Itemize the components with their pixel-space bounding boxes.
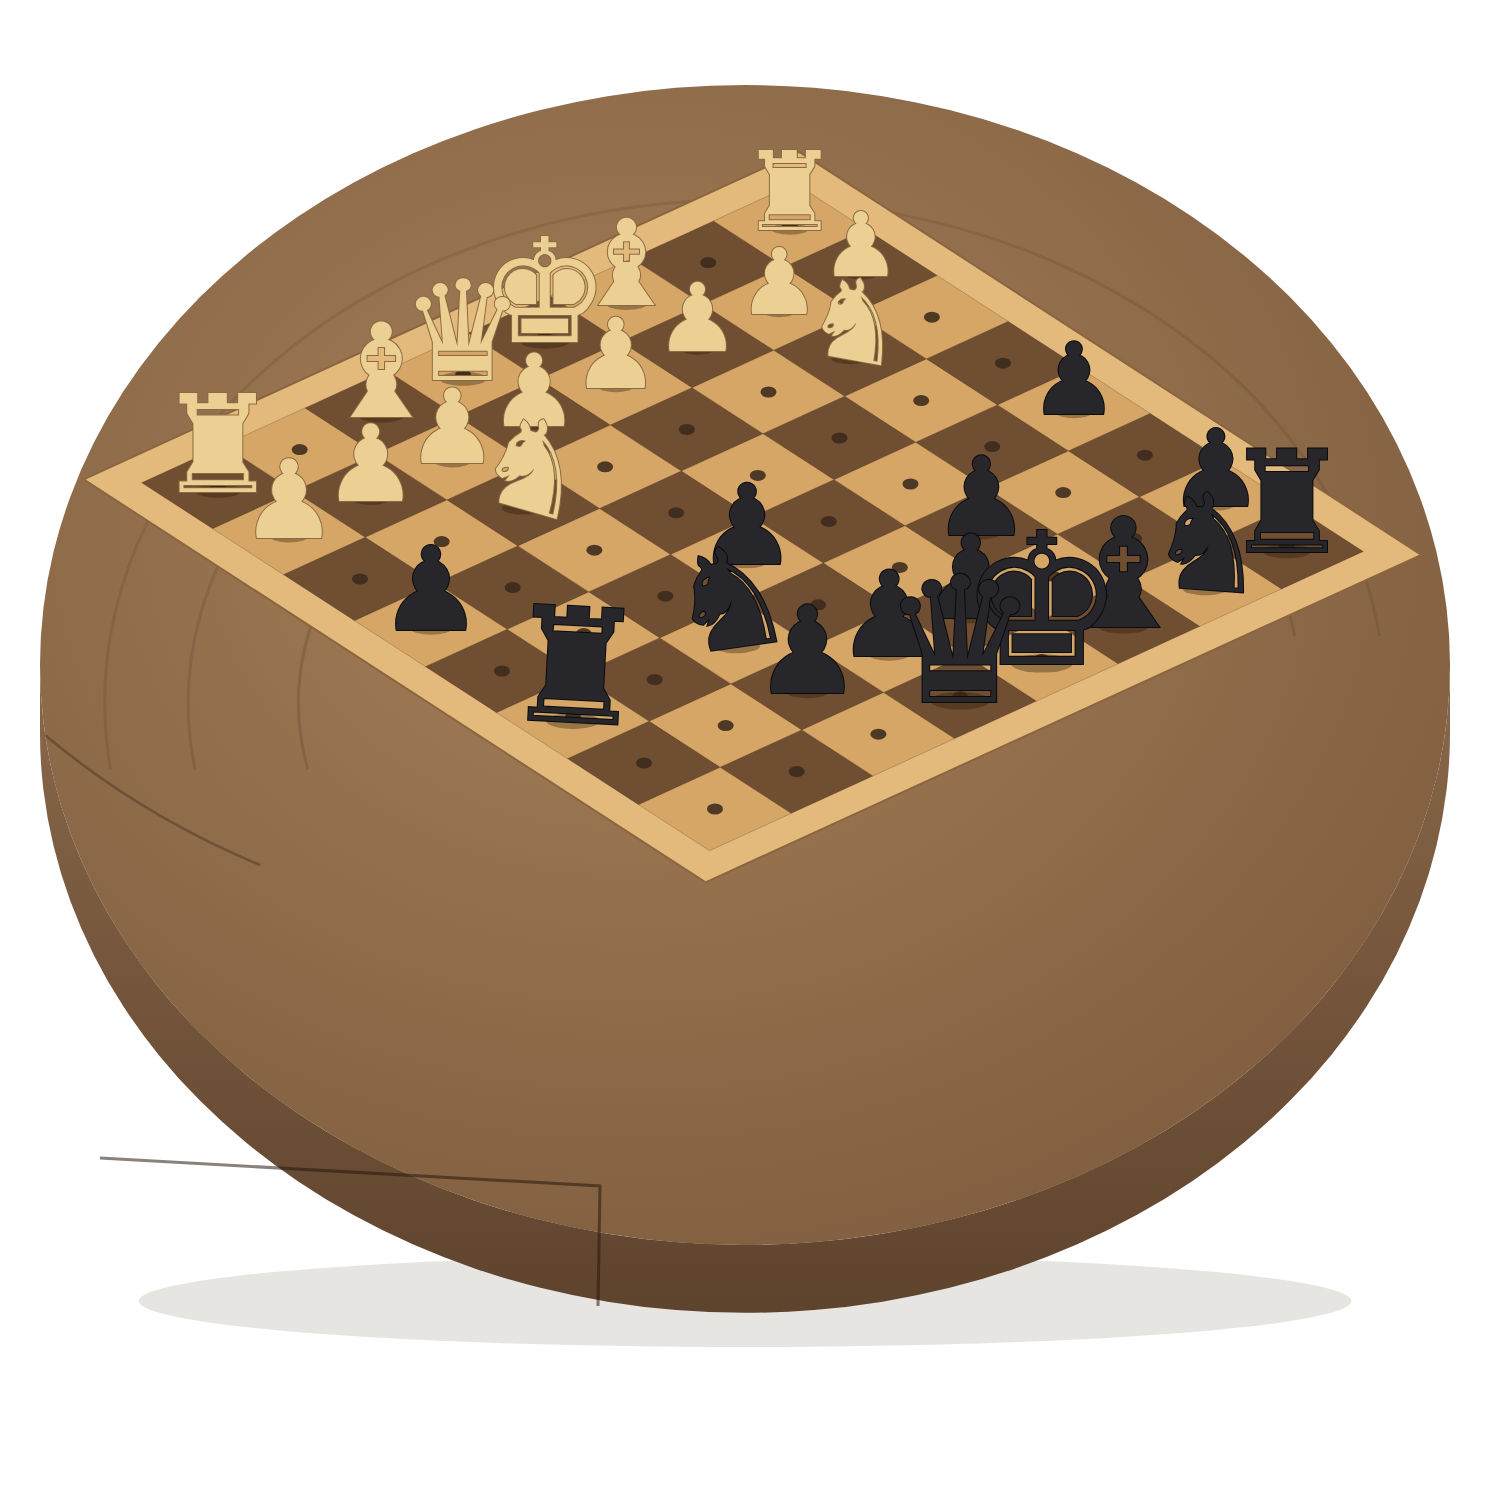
- peg-hole-e5: [821, 516, 837, 527]
- peg-hole-h3: [924, 312, 940, 323]
- piece-w-P-a2[interactable]: ♟: [240, 436, 338, 564]
- chess-set-scene: ♜♟♝♟♚♟♞♛♟♟♝♟♟♜♟♟♞♟♟♜♟♞♟♝♟♞♟♚♟♛♜: [0, 0, 1500, 1500]
- peg-hole-b8: [789, 766, 805, 777]
- scene-canvas: ♜♟♝♟♚♟♞♛♟♟♝♟♟♜♟♟♞♟♟♜♟♞♟♝♟♞♟♚♟♛♜: [0, 0, 1500, 1500]
- peg-hole-f5: [903, 479, 919, 490]
- piece-glyph: ♛: [881, 539, 1038, 743]
- piece-glyph: ♟: [655, 263, 740, 373]
- piece-b-R-a6[interactable]: ♜: [500, 571, 652, 762]
- peg-hole-a3: [352, 574, 368, 585]
- piece-glyph: ♟: [240, 436, 338, 564]
- piece-b-Q-d8[interactable]: ♛: [881, 539, 1038, 743]
- piece-glyph: ♜: [500, 571, 652, 762]
- peg-hole-f3: [761, 387, 777, 398]
- peg-hole-d3: [597, 461, 613, 472]
- peg-hole-a8: [707, 804, 723, 815]
- peg-hole-h6: [1137, 450, 1153, 461]
- peg-hole-g4: [913, 395, 929, 406]
- piece-glyph: ♟: [379, 522, 484, 658]
- piece-w-P-e2[interactable]: ♟: [572, 297, 660, 411]
- piece-glyph: ♟: [572, 297, 660, 411]
- piece-glyph: ♟: [753, 580, 862, 722]
- peg-hole-e3: [679, 424, 695, 435]
- piece-b-P-c7[interactable]: ♟: [753, 580, 862, 722]
- peg-hole-b7: [718, 720, 734, 731]
- peg-hole-c4: [586, 545, 602, 556]
- piece-w-P-f2[interactable]: ♟: [655, 263, 740, 373]
- piece-b-P-h5[interactable]: ♟: [1029, 321, 1118, 438]
- piece-glyph: ♟: [1029, 321, 1118, 438]
- peg-hole-d4: [668, 507, 684, 518]
- peg-hole-h4: [995, 358, 1011, 369]
- peg-hole-f4: [832, 433, 848, 444]
- piece-b-P-a4[interactable]: ♟: [379, 522, 484, 658]
- peg-hole-b6: [647, 674, 663, 685]
